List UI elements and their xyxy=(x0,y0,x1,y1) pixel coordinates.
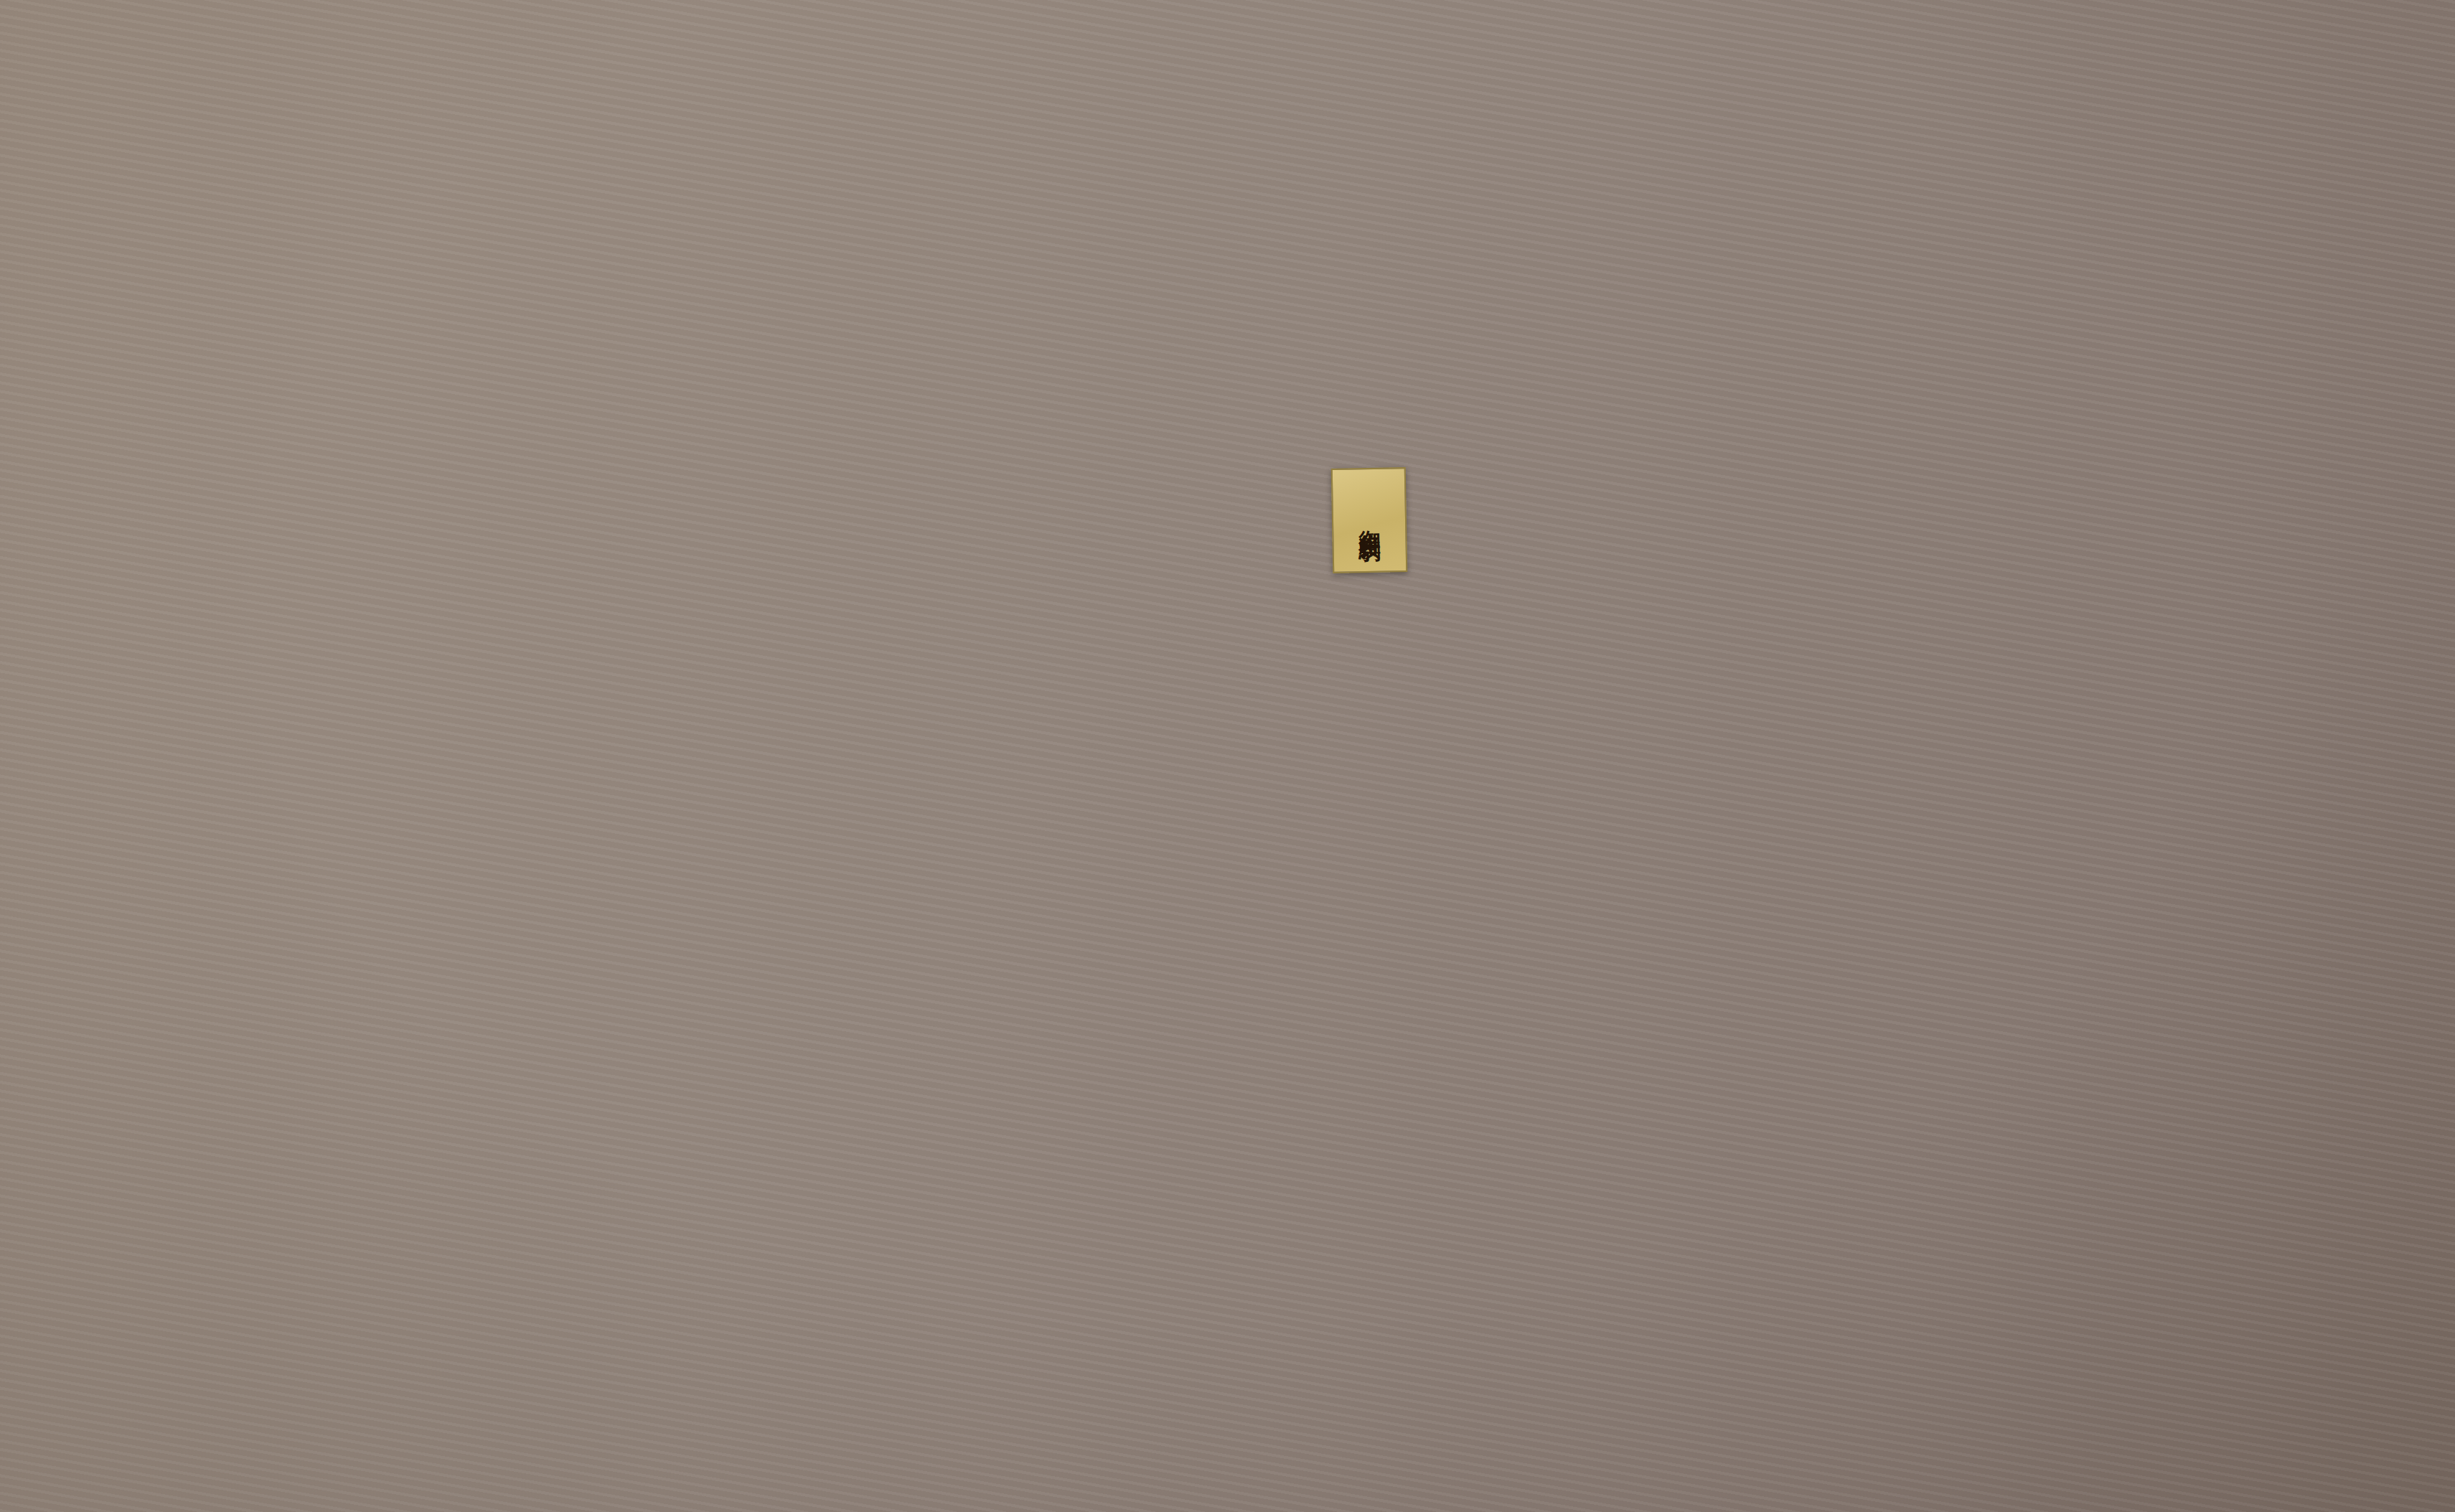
piece-box-right[interactable] xyxy=(0,0,2455,1512)
photo-stage: 御将棋駒 御将棋駒 xyxy=(0,0,2455,1512)
piece-box-right-label: 御将棋駒 xyxy=(1331,467,1408,573)
